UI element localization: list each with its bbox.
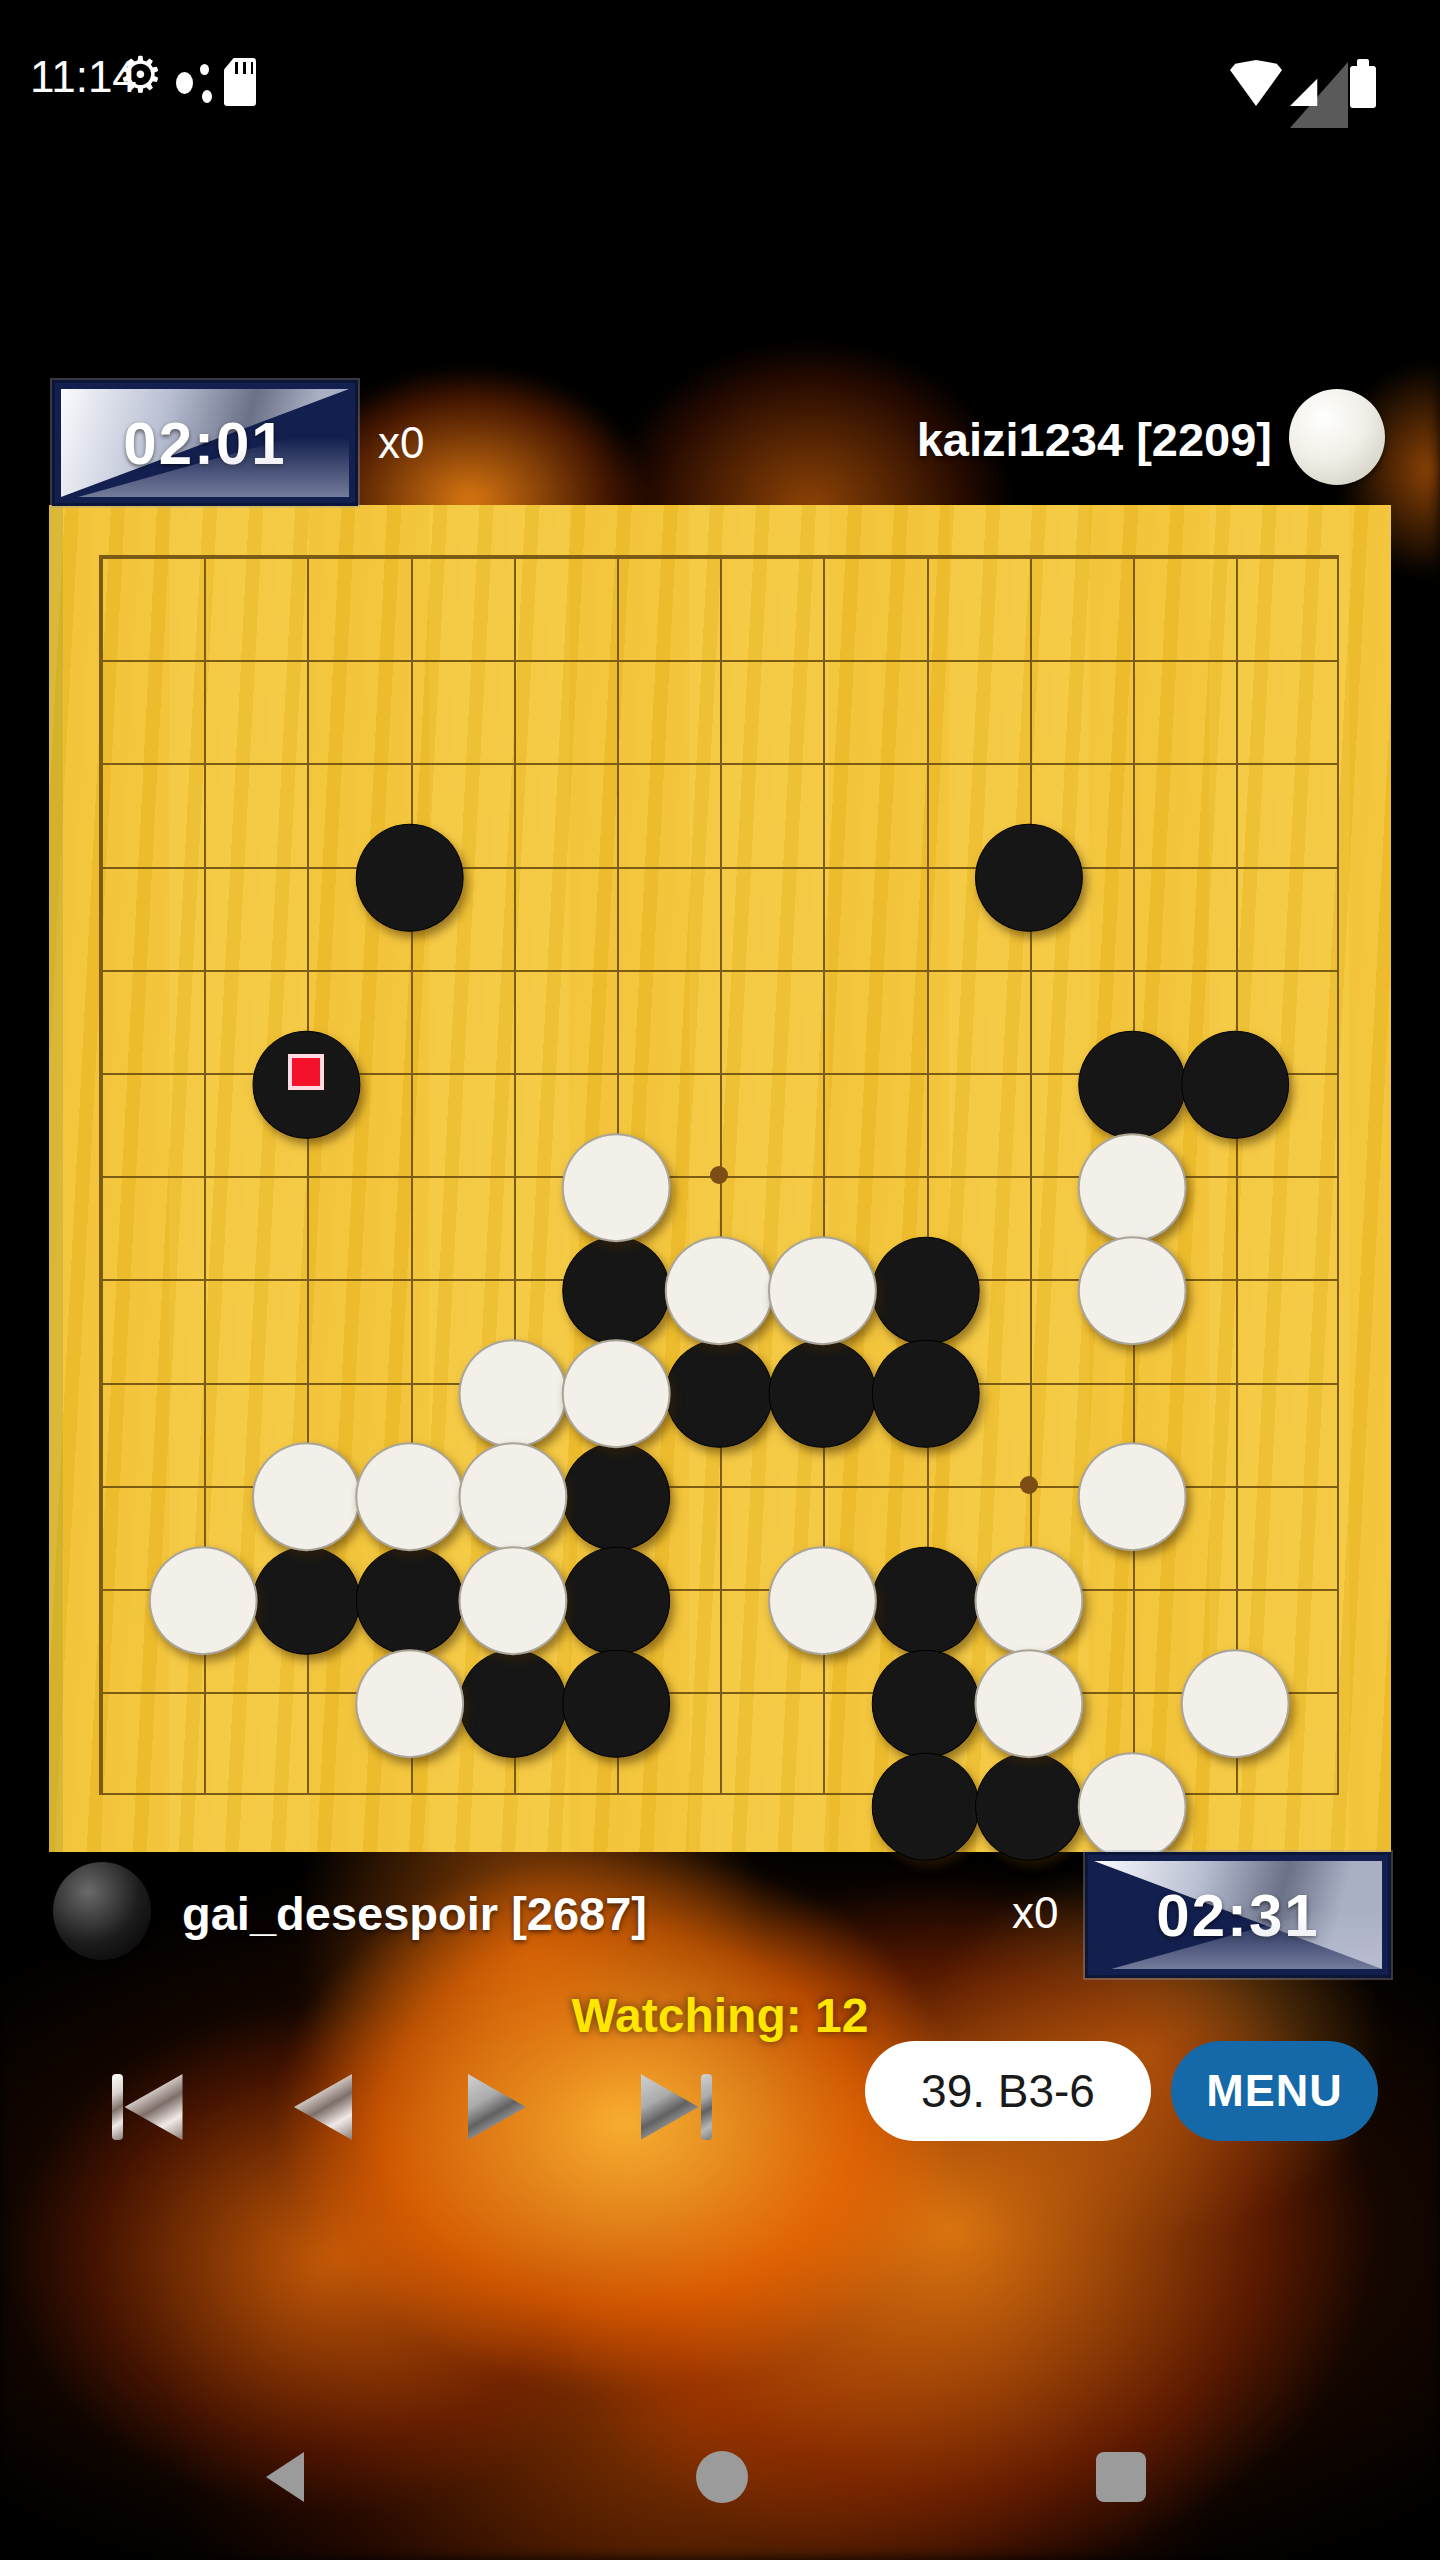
- go-to-start-button[interactable]: [99, 2062, 195, 2152]
- bottom-player-clock: 02:31: [1085, 1852, 1391, 1978]
- white-stone: ●: [1081, 1433, 1184, 1536]
- go-to-end-button[interactable]: [628, 2062, 724, 2152]
- white-stone: ●: [1184, 1640, 1287, 1743]
- first-move-icon: [125, 2074, 183, 2140]
- top-player-captures: x0: [378, 418, 424, 468]
- end-bar-icon: [701, 2074, 712, 2140]
- black-stone: ●: [358, 814, 461, 917]
- bottom-player-captures: x0: [1012, 1888, 1058, 1938]
- step-back-button[interactable]: [275, 2062, 371, 2152]
- go-board[interactable]: ●●●●●●●●●●●●●●●●●●●●●●●●●●●●●●●●●●●●●●●: [49, 505, 1391, 1852]
- white-stone: ●: [1081, 1743, 1184, 1846]
- top-player-name: kaizi1234 [2209]: [917, 412, 1272, 467]
- bottom-player-name: gai_desespoir [2687]: [182, 1886, 647, 1941]
- app-screen: 11:14 ⚙ 02:01 x0 kaizi1234 [2209] ●●●●●●…: [0, 0, 1440, 2560]
- last-move-icon: [641, 2074, 699, 2140]
- bottom-player-clock-time: 02:31: [1088, 1855, 1388, 1975]
- sd-card-icon: [224, 58, 256, 106]
- white-stone: ●: [152, 1537, 255, 1640]
- battery-icon: [1350, 66, 1376, 108]
- top-player-clock: 02:01: [52, 380, 358, 506]
- white-stone: ●: [255, 1433, 358, 1536]
- hoshi-point: [1020, 1476, 1038, 1494]
- black-stone: ●: [255, 1021, 358, 1124]
- white-stone: ●: [565, 1124, 668, 1227]
- last-move-marker: [288, 1054, 324, 1090]
- white-stone: ●: [668, 1227, 771, 1330]
- back-arrow-icon: [294, 2074, 352, 2140]
- black-stone: ●: [1184, 1021, 1287, 1124]
- forward-arrow-icon: [468, 2074, 526, 2140]
- white-stone: ●: [358, 1433, 461, 1536]
- status-bar: 11:14 ⚙: [0, 0, 1440, 120]
- black-stone: ●: [874, 1743, 977, 1846]
- black-stone: ●: [565, 1640, 668, 1743]
- white-stone: ●: [565, 1330, 668, 1433]
- watching-count: Watching: 12: [0, 1988, 1440, 2043]
- wifi-icon: [1230, 60, 1282, 106]
- white-stone: ●: [461, 1537, 564, 1640]
- black-stone: ●: [977, 814, 1080, 917]
- start-bar-icon: [112, 2074, 123, 2140]
- android-home-icon[interactable]: [696, 2451, 748, 2503]
- dots-icon: [176, 62, 220, 108]
- white-stone: ●: [977, 1640, 1080, 1743]
- black-stone-avatar: [53, 1862, 151, 1960]
- white-stone: ●: [771, 1537, 874, 1640]
- android-recents-icon[interactable]: [1096, 2452, 1146, 2502]
- white-stone: ●: [1081, 1227, 1184, 1330]
- white-stone: ●: [358, 1640, 461, 1743]
- white-stone-avatar: [1289, 389, 1385, 485]
- move-number-button[interactable]: 39. B3-6: [865, 2041, 1151, 2141]
- gear-icon: ⚙: [118, 50, 163, 100]
- step-forward-button[interactable]: [449, 2062, 545, 2152]
- menu-button[interactable]: MENU: [1171, 2041, 1378, 2141]
- top-player-clock-time: 02:01: [55, 383, 355, 503]
- black-stone: ●: [874, 1330, 977, 1433]
- white-stone: ●: [771, 1227, 874, 1330]
- cell-signal-icon: [1290, 62, 1334, 106]
